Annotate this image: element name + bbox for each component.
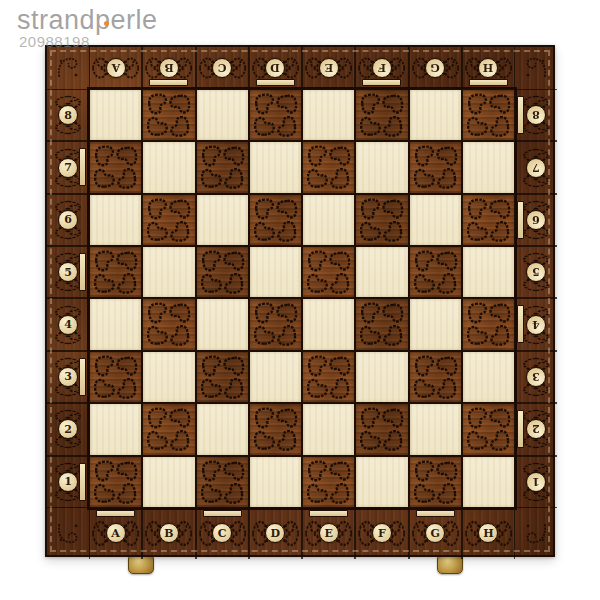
inlay-bar — [517, 201, 524, 239]
inlay-bar — [309, 510, 348, 517]
floral-carving-ornament — [410, 457, 461, 507]
square-d1 — [249, 456, 302, 508]
rank-label-left-4: 4 — [47, 298, 89, 350]
floral-carving-ornament — [90, 352, 141, 402]
square-b1 — [142, 456, 195, 508]
coordinate-coin: A — [106, 58, 126, 78]
square-g3 — [409, 351, 462, 403]
rank-label-right-5: 5 — [515, 246, 557, 298]
rank-label-left-8: 8 — [47, 89, 89, 141]
coordinate-coin: 1 — [58, 472, 78, 492]
floral-carving-ornament — [90, 142, 141, 192]
photo-stage: strandperle 20988198 ABCDEFGH88776655443… — [0, 0, 600, 600]
chess-board: ABCDEFGH8877665544332211ABCDEFGH — [45, 45, 555, 557]
floral-carving-ornament — [463, 404, 514, 454]
coordinate-coin: 6 — [526, 210, 546, 230]
square-f3 — [355, 351, 408, 403]
square-f5 — [355, 246, 408, 298]
square-c6 — [196, 194, 249, 246]
file-label-bottom-f: F — [355, 508, 408, 559]
file-label-top-c: C — [196, 47, 249, 89]
frame-corner-br — [515, 508, 557, 559]
inlay-bar — [79, 358, 86, 396]
square-b4 — [142, 298, 195, 350]
square-h5 — [462, 246, 515, 298]
rank-label-left-6: 6 — [47, 194, 89, 246]
rank-label-left-2: 2 — [47, 403, 89, 455]
inlay-bar — [362, 79, 401, 86]
square-g5 — [409, 246, 462, 298]
coordinate-coin: 3 — [526, 367, 546, 387]
floral-carving-ornament — [463, 299, 514, 349]
file-label-top-e: E — [302, 47, 355, 89]
frame-corner-bl — [47, 508, 89, 559]
coordinate-coin: 4 — [58, 315, 78, 335]
square-d2 — [249, 403, 302, 455]
floral-carving-ornament — [90, 247, 141, 297]
square-e6 — [302, 194, 355, 246]
square-b3 — [142, 351, 195, 403]
square-a7 — [89, 141, 142, 193]
coordinate-coin: E — [319, 58, 339, 78]
square-h6 — [462, 194, 515, 246]
square-b5 — [142, 246, 195, 298]
floral-carving-ornament — [143, 299, 194, 349]
floral-carving-ornament — [197, 352, 248, 402]
square-c3 — [196, 351, 249, 403]
coordinate-coin: 1 — [526, 472, 546, 492]
watermark-brand: strandperle — [17, 5, 158, 36]
square-b6 — [142, 194, 195, 246]
square-c7 — [196, 141, 249, 193]
floral-carving-ornament — [410, 142, 461, 192]
square-e3 — [302, 351, 355, 403]
inlay-bar — [96, 510, 135, 517]
square-g4 — [409, 298, 462, 350]
floral-carving-ornament — [250, 90, 301, 140]
square-f6 — [355, 194, 408, 246]
coordinate-coin: F — [372, 58, 392, 78]
floral-carving-ornament — [197, 457, 248, 507]
inlay-bar — [79, 463, 86, 501]
square-a1 — [89, 456, 142, 508]
floral-carving-ornament — [143, 195, 194, 245]
square-e2 — [302, 403, 355, 455]
inlay-bar — [517, 96, 524, 134]
square-b7 — [142, 141, 195, 193]
floral-carving-ornament — [303, 352, 354, 402]
inlay-bar — [517, 305, 524, 343]
coordinate-coin: 7 — [58, 158, 78, 178]
floral-carving-ornament — [250, 195, 301, 245]
square-e8 — [302, 89, 355, 141]
floral-carving-ornament — [197, 142, 248, 192]
corner-scroll-ornament — [53, 53, 83, 83]
square-a6 — [89, 194, 142, 246]
square-f8 — [355, 89, 408, 141]
square-e1 — [302, 456, 355, 508]
file-label-bottom-b: B — [142, 508, 195, 559]
coordinate-coin: E — [319, 523, 339, 543]
square-g2 — [409, 403, 462, 455]
square-d6 — [249, 194, 302, 246]
file-label-top-g: G — [409, 47, 462, 89]
square-e7 — [302, 141, 355, 193]
square-c2 — [196, 403, 249, 455]
square-c1 — [196, 456, 249, 508]
square-b2 — [142, 403, 195, 455]
logo-orange-dot-icon — [104, 21, 109, 26]
square-a4 — [89, 298, 142, 350]
file-label-bottom-d: D — [249, 508, 302, 559]
square-h4 — [462, 298, 515, 350]
square-f2 — [355, 403, 408, 455]
floral-carving-ornament — [410, 352, 461, 402]
inlay-bar — [469, 79, 508, 86]
frame-corner-tl — [47, 47, 89, 89]
square-c5 — [196, 246, 249, 298]
square-g1 — [409, 456, 462, 508]
floral-carving-ornament — [143, 90, 194, 140]
inlay-bar — [416, 510, 455, 517]
inlay-bar — [149, 79, 188, 86]
square-d4 — [249, 298, 302, 350]
floral-carving-ornament — [250, 404, 301, 454]
inlay-bar — [203, 510, 242, 517]
corner-scroll-ornament — [53, 518, 83, 548]
corner-scroll-ornament — [521, 53, 551, 83]
floral-carving-ornament — [356, 404, 407, 454]
square-e4 — [302, 298, 355, 350]
floral-carving-ornament — [303, 142, 354, 192]
square-d7 — [249, 141, 302, 193]
floral-carving-ornament — [356, 90, 407, 140]
square-a3 — [89, 351, 142, 403]
square-h8 — [462, 89, 515, 141]
floral-carving-ornament — [250, 299, 301, 349]
rank-label-right-7: 7 — [515, 141, 557, 193]
square-h1 — [462, 456, 515, 508]
square-h2 — [462, 403, 515, 455]
coordinate-coin: C — [212, 58, 232, 78]
corner-scroll-ornament — [521, 518, 551, 548]
floral-carving-ornament — [356, 299, 407, 349]
floral-carving-ornament — [197, 247, 248, 297]
floral-carving-ornament — [463, 195, 514, 245]
square-g6 — [409, 194, 462, 246]
square-h7 — [462, 141, 515, 193]
square-d5 — [249, 246, 302, 298]
coordinate-coin: 7 — [526, 158, 546, 178]
square-h3 — [462, 351, 515, 403]
coordinate-coin: 6 — [58, 210, 78, 230]
square-b8 — [142, 89, 195, 141]
square-f7 — [355, 141, 408, 193]
square-c4 — [196, 298, 249, 350]
floral-carving-ornament — [303, 457, 354, 507]
inlay-bar — [256, 79, 295, 86]
file-label-bottom-h: H — [462, 508, 515, 559]
square-f1 — [355, 456, 408, 508]
square-g7 — [409, 141, 462, 193]
square-d3 — [249, 351, 302, 403]
square-d8 — [249, 89, 302, 141]
square-c8 — [196, 89, 249, 141]
inlay-bar — [79, 148, 86, 186]
square-g8 — [409, 89, 462, 141]
rank-label-right-3: 3 — [515, 351, 557, 403]
floral-carving-ornament — [463, 90, 514, 140]
coordinate-coin: 3 — [58, 367, 78, 387]
square-a2 — [89, 403, 142, 455]
floral-carving-ornament — [143, 404, 194, 454]
floral-carving-ornament — [303, 247, 354, 297]
frame-corner-tr — [515, 47, 557, 89]
file-label-top-a: A — [89, 47, 142, 89]
coordinate-coin: G — [425, 58, 445, 78]
rank-label-right-1: 1 — [515, 456, 557, 508]
inlay-bar — [517, 410, 524, 448]
square-a5 — [89, 246, 142, 298]
floral-carving-ornament — [410, 247, 461, 297]
coordinate-coin: B — [159, 58, 179, 78]
square-f4 — [355, 298, 408, 350]
floral-carving-ornament — [356, 195, 407, 245]
inlay-bar — [79, 253, 86, 291]
square-e5 — [302, 246, 355, 298]
coordinate-coin: 4 — [526, 315, 546, 335]
square-a8 — [89, 89, 142, 141]
floral-carving-ornament — [90, 457, 141, 507]
coordinate-coin: A — [106, 523, 126, 543]
